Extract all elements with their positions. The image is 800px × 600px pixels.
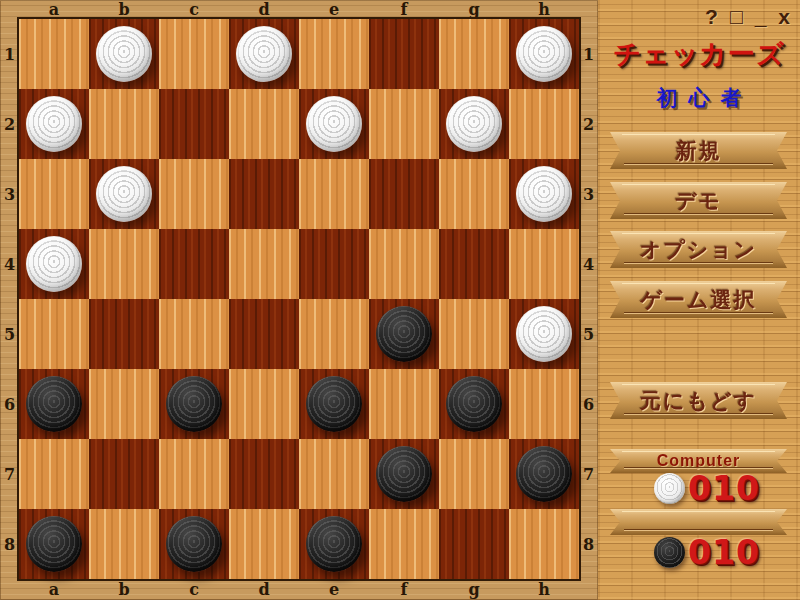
sidebar: ? □ _ x チェッカーズ 初心者 新規 デモ オプション ゲーム選択 元にも… <box>598 0 800 600</box>
square-d7[interactable] <box>229 439 299 509</box>
col-label-e: e <box>299 0 369 19</box>
maximize-icon[interactable]: □ <box>730 4 743 30</box>
square-a8[interactable] <box>19 509 89 579</box>
square-b1[interactable] <box>89 19 159 89</box>
white-piece-count: 010 <box>688 472 760 505</box>
white-checker-e2[interactable] <box>306 96 362 152</box>
black-checker-f7[interactable] <box>376 446 432 502</box>
square-e6[interactable] <box>299 369 369 439</box>
square-f1[interactable] <box>369 19 439 89</box>
square-b2 <box>89 89 159 159</box>
square-f4 <box>369 229 439 299</box>
white-checker-h1[interactable] <box>516 26 572 82</box>
row-label-5: 5 <box>579 299 598 369</box>
square-c4[interactable] <box>159 229 229 299</box>
row-label-1: 1 <box>579 19 598 89</box>
row-label-8: 8 <box>579 509 598 579</box>
square-b6 <box>89 369 159 439</box>
white-player-name: Computer <box>657 452 741 470</box>
square-f3[interactable] <box>369 159 439 229</box>
app-window: abcdefgh abcdefgh 12345678 12345678 ? □ … <box>0 0 800 600</box>
black-checker-c8[interactable] <box>166 516 222 572</box>
square-e4[interactable] <box>299 229 369 299</box>
square-e2[interactable] <box>299 89 369 159</box>
undo-button[interactable]: 元にもどす <box>610 382 787 419</box>
square-b5[interactable] <box>89 299 159 369</box>
square-d5[interactable] <box>229 299 299 369</box>
square-e3 <box>299 159 369 229</box>
game-select-button[interactable]: ゲーム選択 <box>610 281 787 318</box>
white-checker-icon <box>654 473 685 504</box>
square-a2[interactable] <box>19 89 89 159</box>
square-c5 <box>159 299 229 369</box>
col-label-f: f <box>369 579 439 600</box>
square-c3 <box>159 159 229 229</box>
game-select-label: ゲーム選択 <box>641 286 757 314</box>
row-label-6: 6 <box>0 369 19 439</box>
square-f8 <box>369 509 439 579</box>
square-h2 <box>509 89 579 159</box>
window-controls: ? □ _ x <box>705 4 790 30</box>
white-checker-b3[interactable] <box>96 166 152 222</box>
row-label-4: 4 <box>0 229 19 299</box>
close-icon[interactable]: x <box>778 4 790 30</box>
col-label-f: f <box>369 0 439 19</box>
col-label-c: c <box>159 0 229 19</box>
square-d6 <box>229 369 299 439</box>
square-a5 <box>19 299 89 369</box>
white-checker-d1[interactable] <box>236 26 292 82</box>
square-e8[interactable] <box>299 509 369 579</box>
square-a1 <box>19 19 89 89</box>
help-icon[interactable]: ? <box>705 4 718 30</box>
col-label-h: h <box>509 579 579 600</box>
square-h4 <box>509 229 579 299</box>
square-c1 <box>159 19 229 89</box>
options-label: オプション <box>640 236 757 264</box>
undo-label: 元にもどす <box>640 387 757 415</box>
col-label-a: a <box>19 579 89 600</box>
col-label-b: b <box>89 0 159 19</box>
row-label-3: 3 <box>0 159 19 229</box>
black-piece-count: 010 <box>688 536 760 569</box>
square-h3[interactable] <box>509 159 579 229</box>
square-c8[interactable] <box>159 509 229 579</box>
row-label-2: 2 <box>579 89 598 159</box>
demo-label: デモ <box>675 187 722 215</box>
col-label-c: c <box>159 579 229 600</box>
minimize-icon[interactable]: _ <box>755 4 767 30</box>
square-g2[interactable] <box>439 89 509 159</box>
square-g7 <box>439 439 509 509</box>
square-c7 <box>159 439 229 509</box>
options-button[interactable]: オプション <box>610 231 787 268</box>
white-piece-counter: 010 <box>654 470 760 506</box>
square-b4 <box>89 229 159 299</box>
square-a4[interactable] <box>19 229 89 299</box>
black-checker-a6[interactable] <box>26 376 82 432</box>
col-label-d: d <box>229 0 299 19</box>
row-label-1: 1 <box>0 19 19 89</box>
square-e7 <box>299 439 369 509</box>
square-h5[interactable] <box>509 299 579 369</box>
row-label-2: 2 <box>0 89 19 159</box>
black-checker-c6[interactable] <box>166 376 222 432</box>
black-player-nameplate <box>610 509 787 535</box>
square-c6[interactable] <box>159 369 229 439</box>
black-piece-counter: 010 <box>654 534 760 570</box>
board-grid <box>19 19 579 579</box>
square-g4[interactable] <box>439 229 509 299</box>
square-h7[interactable] <box>509 439 579 509</box>
square-a3 <box>19 159 89 229</box>
black-checker-e8[interactable] <box>306 516 362 572</box>
white-checker-h5[interactable] <box>516 306 572 362</box>
checkers-board: abcdefgh abcdefgh 12345678 12345678 <box>0 0 598 600</box>
square-g6[interactable] <box>439 369 509 439</box>
square-d4 <box>229 229 299 299</box>
square-d8 <box>229 509 299 579</box>
square-c2[interactable] <box>159 89 229 159</box>
row-label-8: 8 <box>0 509 19 579</box>
row-label-7: 7 <box>579 439 598 509</box>
black-checker-icon <box>654 537 685 568</box>
black-checker-f5[interactable] <box>376 306 432 362</box>
square-h8 <box>509 509 579 579</box>
square-f5[interactable] <box>369 299 439 369</box>
col-label-g: g <box>439 0 509 19</box>
white-checker-a2[interactable] <box>26 96 82 152</box>
black-checker-a8[interactable] <box>26 516 82 572</box>
demo-button[interactable]: デモ <box>610 182 787 219</box>
black-checker-g6[interactable] <box>446 376 502 432</box>
col-label-e: e <box>299 579 369 600</box>
col-label-d: d <box>229 579 299 600</box>
row-label-3: 3 <box>579 159 598 229</box>
square-b3[interactable] <box>89 159 159 229</box>
row-label-5: 5 <box>0 299 19 369</box>
square-e1 <box>299 19 369 89</box>
square-b7[interactable] <box>89 439 159 509</box>
new-game-label: 新規 <box>676 137 722 165</box>
col-label-b: b <box>89 579 159 600</box>
square-h6 <box>509 369 579 439</box>
square-f7[interactable] <box>369 439 439 509</box>
square-g5 <box>439 299 509 369</box>
square-a6[interactable] <box>19 369 89 439</box>
board-row-labels-right: 12345678 <box>579 19 598 579</box>
white-checker-b1[interactable] <box>96 26 152 82</box>
new-game-button[interactable]: 新規 <box>610 132 787 169</box>
row-label-4: 4 <box>579 229 598 299</box>
app-title: チェッカーズ <box>598 36 800 72</box>
board-col-labels-bottom: abcdefgh <box>19 579 579 600</box>
row-label-7: 7 <box>0 439 19 509</box>
col-label-g: g <box>439 579 509 600</box>
square-e5 <box>299 299 369 369</box>
black-checker-e6[interactable] <box>306 376 362 432</box>
col-label-h: h <box>509 0 579 19</box>
white-checker-a4[interactable] <box>26 236 82 292</box>
difficulty-label: 初心者 <box>598 84 800 112</box>
row-label-6: 6 <box>579 369 598 439</box>
square-f6 <box>369 369 439 439</box>
square-d3[interactable] <box>229 159 299 229</box>
board-col-labels-top: abcdefgh <box>19 0 579 19</box>
square-g8[interactable] <box>439 509 509 579</box>
white-checker-h3[interactable] <box>516 166 572 222</box>
square-d2 <box>229 89 299 159</box>
square-g3 <box>439 159 509 229</box>
square-f2 <box>369 89 439 159</box>
square-g1 <box>439 19 509 89</box>
square-b8 <box>89 509 159 579</box>
square-h1[interactable] <box>509 19 579 89</box>
square-a7 <box>19 439 89 509</box>
col-label-a: a <box>19 0 89 19</box>
board-row-labels-left: 12345678 <box>0 19 19 579</box>
black-checker-h7[interactable] <box>516 446 572 502</box>
white-checker-g2[interactable] <box>446 96 502 152</box>
square-d1[interactable] <box>229 19 299 89</box>
